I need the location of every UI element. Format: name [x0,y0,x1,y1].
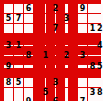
sudoku-cell-r6c2[interactable] [14,65,23,68]
sudoku-cell-r9c6[interactable] [65,97,68,101]
sudoku-cell-r6c4[interactable] [45,65,46,68]
sudoku-cell-r3c9[interactable]: 2 [97,24,103,33]
sudoku-cell-r7c8[interactable] [88,78,97,87]
sudoku-cell-r3c1[interactable] [4,24,13,33]
sudoku-cell-r6c8[interactable]: 8 [88,65,97,68]
sudoku-cell-r1c8[interactable] [88,4,97,13]
sudoku-cell-r5c7[interactable]: 3 [78,55,87,56]
sudoku-cell-r1c9[interactable] [97,4,103,13]
sudoku-cell-r5c9[interactable] [97,55,103,56]
sudoku-cell-r8c5[interactable] [55,88,56,97]
sudoku-cell-r3c3[interactable] [24,24,33,33]
sudoku-cell-r6c1[interactable]: 9 [4,65,13,68]
sudoku-cell-r9c5[interactable]: 6 [55,97,56,101]
sudoku-cell-r7c6[interactable] [65,78,68,87]
sudoku-cell-r5c4[interactable]: 1 [45,55,46,56]
sudoku-cell-r3c6[interactable] [65,24,68,33]
sudoku-cell-r4c6[interactable] [65,45,68,46]
sudoku-cell-r4c5[interactable] [55,45,56,46]
sudoku-cell-r6c7[interactable] [78,65,87,68]
sudoku-cell-r2c7[interactable] [78,14,87,23]
sudoku-cell-r2c6[interactable]: 3 [65,14,68,23]
sudoku-cell-r3c2[interactable] [14,24,23,33]
sudoku-cell-r2c2[interactable]: 7 [14,14,23,23]
sudoku-cell-r2c1[interactable]: 5 [4,14,13,23]
sudoku-cell-r7c2[interactable]: 5 [14,78,23,87]
sudoku-cell-r2c3[interactable] [24,14,33,23]
sudoku-cell-r4c7[interactable] [78,45,87,46]
sudoku-cell-r7c1[interactable]: 8 [4,78,13,87]
sudoku-cell-r8c8[interactable]: 3 [88,88,97,97]
sudoku-cell-r9c1[interactable] [4,97,13,101]
sudoku-cell-r9c4[interactable] [45,97,46,101]
sudoku-cell-r4c3[interactable] [24,45,33,46]
sudoku-cell-r9c2[interactable] [14,97,23,101]
sudoku-cell-r3c5[interactable]: 7 [55,24,56,33]
sudoku-cell-r7c3[interactable] [24,78,33,87]
sudoku-cell-r9c3[interactable]: 9 [24,97,33,101]
sudoku-cell-r5c2[interactable] [14,55,23,56]
sudoku-cell-r1c1[interactable] [4,4,13,13]
sudoku-cell-r1c6[interactable] [65,4,68,13]
sudoku-cell-r7c4[interactable] [45,78,46,87]
sudoku-cell-r7c7[interactable] [78,78,87,87]
sudoku-cell-r2c8[interactable] [88,14,97,23]
sudoku-cell-r3c7[interactable] [78,24,87,33]
sudoku-cell-r8c4[interactable]: 5 [45,88,46,97]
sudoku-cell-r9c8[interactable] [88,97,97,101]
sudoku-cell-r5c5[interactable] [55,55,56,56]
sudoku-cell-r8c1[interactable] [4,88,13,97]
sudoku-cell-r4c9[interactable]: 4 [97,45,103,46]
sudoku-cell-r4c1[interactable]: 3 [4,45,13,46]
sudoku-cell-r4c4[interactable] [45,45,46,46]
sudoku-cell-r9c9[interactable] [97,97,103,101]
sudoku-cell-r5c3[interactable]: 8 [24,55,33,56]
sudoku-board: 6295737123148123985853538967 [0,0,101,101]
sudoku-cell-r1c4[interactable] [45,4,46,13]
sudoku-cell-r6c3[interactable] [24,65,33,68]
sudoku-cell-r5c6[interactable]: 2 [65,55,68,56]
sudoku-cell-r9c7[interactable]: 7 [78,97,87,101]
sudoku-cell-r6c5[interactable] [55,65,56,68]
sudoku-cell-r8c9[interactable]: 8 [97,88,103,97]
sudoku-cell-r8c3[interactable] [24,88,33,97]
sudoku-cell-r2c5[interactable] [55,14,56,23]
sudoku-cell-r8c2[interactable] [14,88,23,97]
sudoku-cell-r1c5[interactable]: 2 [55,4,56,13]
sudoku-cell-r8c7[interactable] [78,88,87,97]
sudoku-cell-r5c8[interactable] [88,55,97,56]
sudoku-cell-r7c9[interactable] [97,78,103,87]
sudoku-cell-r2c9[interactable] [97,14,103,23]
sudoku-cell-r2c4[interactable] [45,14,46,23]
sudoku-cell-r4c8[interactable] [88,45,97,46]
sudoku-cell-r3c8[interactable]: 1 [88,24,97,33]
sudoku-cell-r1c2[interactable] [14,4,23,13]
sudoku-cell-r5c1[interactable] [4,55,13,56]
sudoku-cell-r7c5[interactable]: 3 [55,78,56,87]
sudoku-cell-r6c9[interactable]: 5 [97,65,103,68]
sudoku-cell-r3c4[interactable] [45,24,46,33]
sudoku-cell-r1c7[interactable]: 9 [78,4,87,13]
sudoku-cell-r4c2[interactable]: 1 [14,45,23,46]
sudoku-cell-r1c3[interactable]: 6 [24,4,33,13]
sudoku-cell-r8c6[interactable] [65,88,68,97]
sudoku-cell-r6c6[interactable] [65,65,68,68]
